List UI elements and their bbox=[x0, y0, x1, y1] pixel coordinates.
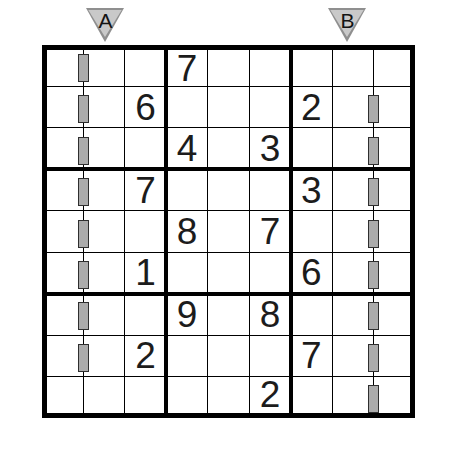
column-marker-b: B bbox=[328, 8, 366, 42]
cell-r1c9[interactable] bbox=[374, 50, 410, 86]
given-digit: 7 bbox=[301, 337, 322, 374]
cell-r9c4[interactable] bbox=[166, 377, 207, 413]
edge-bar bbox=[368, 344, 379, 372]
cell-r4c6[interactable] bbox=[249, 169, 290, 210]
given-digit: 7 bbox=[135, 172, 156, 209]
cell-r3c6[interactable]: 3 bbox=[249, 128, 290, 169]
edge-bar bbox=[368, 261, 379, 289]
edge-bar bbox=[78, 344, 89, 372]
given-digit: 9 bbox=[177, 296, 198, 333]
edge-bar bbox=[368, 302, 379, 330]
cell-r8c4[interactable] bbox=[166, 335, 207, 376]
cell-r1c6[interactable] bbox=[249, 50, 290, 86]
cell-r1c5[interactable] bbox=[208, 50, 249, 86]
cell-r4c2[interactable] bbox=[83, 169, 124, 210]
cell-r3c4[interactable]: 4 bbox=[166, 128, 207, 169]
given-digit: 1 bbox=[135, 254, 156, 291]
cell-r6c7[interactable]: 6 bbox=[291, 252, 332, 293]
cell-r3c3[interactable] bbox=[125, 128, 166, 169]
cell-r4c7[interactable]: 3 bbox=[291, 169, 332, 210]
given-digit: 8 bbox=[260, 296, 281, 333]
cell-r6c2[interactable] bbox=[83, 252, 124, 293]
given-digit: 6 bbox=[301, 254, 322, 291]
cell-r6c6[interactable] bbox=[249, 252, 290, 293]
edge-bar bbox=[78, 54, 89, 82]
cell-r6c4[interactable] bbox=[166, 252, 207, 293]
cell-r2c5[interactable] bbox=[208, 86, 249, 127]
cell-r2c4[interactable] bbox=[166, 86, 207, 127]
puzzle-canvas: A B 7624373871698272 bbox=[0, 0, 455, 463]
cell-r9c7[interactable] bbox=[291, 377, 332, 413]
edge-bar bbox=[78, 95, 89, 123]
given-digit: 4 bbox=[177, 130, 198, 167]
cell-r4c5[interactable] bbox=[208, 169, 249, 210]
marker-label-a: A bbox=[87, 10, 124, 32]
column-marker-a: A bbox=[86, 8, 124, 42]
cell-r5c3[interactable] bbox=[125, 211, 166, 252]
cell-r8c3[interactable]: 2 bbox=[125, 335, 166, 376]
edge-bar bbox=[78, 261, 89, 289]
cell-r5c7[interactable] bbox=[291, 211, 332, 252]
cell-r7c7[interactable] bbox=[291, 294, 332, 335]
cell-r3c2[interactable] bbox=[83, 128, 124, 169]
edge-bar bbox=[78, 302, 89, 330]
cell-r1c2[interactable] bbox=[83, 50, 124, 86]
cell-r9c2[interactable] bbox=[83, 377, 124, 413]
cell-r3c5[interactable] bbox=[208, 128, 249, 169]
given-digit: 7 bbox=[177, 50, 198, 87]
cell-r2c3[interactable]: 6 bbox=[125, 86, 166, 127]
cell-r7c6[interactable]: 8 bbox=[249, 294, 290, 335]
given-digit: 8 bbox=[177, 213, 198, 250]
cell-r9c3[interactable] bbox=[125, 377, 166, 413]
given-digit: 7 bbox=[260, 213, 281, 250]
marker-label-b: B bbox=[329, 10, 366, 32]
sudoku-board-inner: 7624373871698272 bbox=[47, 50, 410, 413]
given-digit: 3 bbox=[260, 130, 281, 167]
edge-bar bbox=[78, 178, 89, 206]
cell-r8c2[interactable] bbox=[83, 335, 124, 376]
cell-r1c3[interactable] bbox=[125, 50, 166, 86]
cell-r9c6[interactable]: 2 bbox=[249, 377, 290, 413]
edge-bar bbox=[368, 95, 379, 123]
cell-r6c5[interactable] bbox=[208, 252, 249, 293]
cell-r1c4[interactable]: 7 bbox=[166, 50, 207, 86]
given-digit: 2 bbox=[135, 337, 156, 374]
given-digit: 2 bbox=[301, 89, 322, 126]
cell-r2c2[interactable] bbox=[83, 86, 124, 127]
edge-bar bbox=[78, 137, 89, 165]
cell-r1c8[interactable] bbox=[332, 50, 373, 86]
cell-r3c7[interactable] bbox=[291, 128, 332, 169]
edge-bar bbox=[368, 220, 379, 248]
cell-r4c3[interactable]: 7 bbox=[125, 169, 166, 210]
cell-r2c7[interactable]: 2 bbox=[291, 86, 332, 127]
cell-r9c5[interactable] bbox=[208, 377, 249, 413]
cell-r6c3[interactable]: 1 bbox=[125, 252, 166, 293]
given-digit: 6 bbox=[135, 89, 156, 126]
given-digit: 2 bbox=[260, 376, 281, 413]
cell-r7c5[interactable] bbox=[208, 294, 249, 335]
cell-r5c2[interactable] bbox=[83, 211, 124, 252]
edge-bar bbox=[78, 220, 89, 248]
cell-r7c2[interactable] bbox=[83, 294, 124, 335]
cell-r5c6[interactable]: 7 bbox=[249, 211, 290, 252]
cell-r7c4[interactable]: 9 bbox=[166, 294, 207, 335]
edge-bar bbox=[368, 178, 379, 206]
cell-r5c4[interactable]: 8 bbox=[166, 211, 207, 252]
cell-r1c7[interactable] bbox=[291, 50, 332, 86]
cell-r8c6[interactable] bbox=[249, 335, 290, 376]
given-digit: 3 bbox=[301, 172, 322, 209]
edge-bar bbox=[368, 137, 379, 165]
cell-r4c4[interactable] bbox=[166, 169, 207, 210]
cell-r8c7[interactable]: 7 bbox=[291, 335, 332, 376]
edge-bar bbox=[368, 385, 379, 413]
cell-r8c5[interactable] bbox=[208, 335, 249, 376]
cell-r9c1[interactable] bbox=[47, 377, 83, 413]
cell-r5c5[interactable] bbox=[208, 211, 249, 252]
cell-r7c3[interactable] bbox=[125, 294, 166, 335]
cell-r2c6[interactable] bbox=[249, 86, 290, 127]
sudoku-board: 7624373871698272 bbox=[42, 45, 415, 418]
